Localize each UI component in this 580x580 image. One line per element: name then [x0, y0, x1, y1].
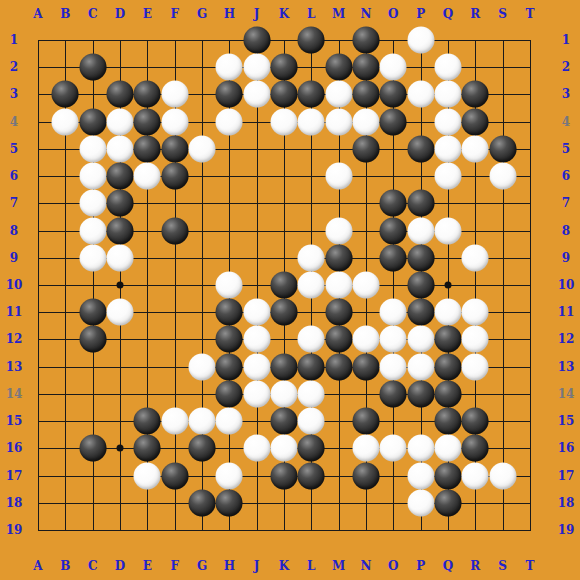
- stone-white-D11[interactable]: [107, 299, 134, 326]
- stone-white-O13[interactable]: [380, 353, 407, 380]
- column-label-bottom: G: [197, 560, 207, 572]
- stone-black-E3[interactable]: [134, 81, 161, 108]
- stone-black-E5[interactable]: [134, 135, 161, 162]
- stone-white-H17[interactable]: [216, 462, 243, 489]
- row-label-left: 18: [6, 497, 23, 509]
- stone-black-Q18[interactable]: [435, 489, 462, 516]
- stone-black-G18[interactable]: [189, 489, 216, 516]
- stone-black-J1[interactable]: [243, 27, 270, 54]
- column-label-top: B: [60, 8, 70, 20]
- row-label-right: 14: [558, 388, 575, 400]
- column-label-top: S: [498, 8, 507, 20]
- stone-black-L1[interactable]: [298, 27, 325, 54]
- row-label-right: 13: [558, 361, 575, 373]
- row-label-left: 2: [10, 61, 18, 73]
- stone-white-O11[interactable]: [380, 299, 407, 326]
- grid-line-vertical: [503, 40, 504, 531]
- row-label-right: 2: [562, 61, 570, 73]
- column-label-top: D: [115, 8, 125, 20]
- stone-black-K11[interactable]: [271, 299, 298, 326]
- stone-black-E15[interactable]: [134, 408, 161, 435]
- stone-black-R16[interactable]: [462, 435, 489, 462]
- row-label-left: 11: [6, 306, 23, 318]
- stone-white-K16[interactable]: [271, 435, 298, 462]
- stone-white-L14[interactable]: [298, 380, 325, 407]
- stone-white-Q5[interactable]: [435, 135, 462, 162]
- row-label-left: 5: [10, 143, 18, 155]
- stone-white-J11[interactable]: [243, 299, 270, 326]
- stone-white-N16[interactable]: [353, 435, 380, 462]
- stone-white-Q11[interactable]: [435, 299, 462, 326]
- row-label-right: 19: [558, 524, 575, 536]
- stone-white-L15[interactable]: [298, 408, 325, 435]
- stone-black-H3[interactable]: [216, 81, 243, 108]
- column-label-top: C: [88, 8, 98, 20]
- stone-black-P7[interactable]: [407, 190, 434, 217]
- stone-white-R9[interactable]: [462, 244, 489, 271]
- row-label-right: 1: [562, 34, 570, 46]
- column-label-bottom: K: [279, 560, 289, 572]
- stone-black-C12[interactable]: [79, 326, 106, 353]
- stone-white-Q6[interactable]: [435, 163, 462, 190]
- stone-white-Q16[interactable]: [435, 435, 462, 462]
- stone-white-Q2[interactable]: [435, 54, 462, 81]
- stone-white-F3[interactable]: [161, 81, 188, 108]
- column-label-top: T: [526, 8, 535, 20]
- column-label-bottom: L: [307, 560, 315, 572]
- stone-white-P18[interactable]: [407, 489, 434, 516]
- column-label-bottom: B: [60, 560, 70, 572]
- row-label-left: 8: [10, 225, 18, 237]
- hoshi-point: [117, 445, 124, 452]
- stone-black-B3[interactable]: [52, 81, 79, 108]
- stone-black-F6[interactable]: [161, 163, 188, 190]
- stone-white-R5[interactable]: [462, 135, 489, 162]
- stone-black-K17[interactable]: [271, 462, 298, 489]
- stone-white-R17[interactable]: [462, 462, 489, 489]
- grid-line-horizontal: [38, 530, 531, 531]
- column-label-top: Q: [443, 8, 453, 20]
- stone-white-C6[interactable]: [79, 163, 106, 190]
- stone-white-C8[interactable]: [79, 217, 106, 244]
- stone-black-G16[interactable]: [189, 435, 216, 462]
- grid-line-vertical: [530, 40, 531, 531]
- stone-black-D8[interactable]: [107, 217, 134, 244]
- stone-black-N2[interactable]: [353, 54, 380, 81]
- stone-white-H15[interactable]: [216, 408, 243, 435]
- stone-black-Q12[interactable]: [435, 326, 462, 353]
- column-label-bottom: O: [388, 560, 398, 572]
- stone-white-J16[interactable]: [243, 435, 270, 462]
- column-label-top: H: [224, 8, 235, 20]
- row-label-right: 6: [562, 170, 570, 182]
- stone-white-P17[interactable]: [407, 462, 434, 489]
- stone-white-H4[interactable]: [216, 108, 243, 135]
- stone-white-K14[interactable]: [271, 380, 298, 407]
- stone-white-F4[interactable]: [161, 108, 188, 135]
- column-label-top: N: [361, 8, 372, 20]
- stone-black-L3[interactable]: [298, 81, 325, 108]
- column-label-top: M: [332, 8, 345, 20]
- stone-black-M2[interactable]: [325, 54, 352, 81]
- row-label-right: 3: [562, 88, 570, 100]
- stone-black-P14[interactable]: [407, 380, 434, 407]
- column-label-top: L: [307, 8, 315, 20]
- column-label-top: E: [143, 8, 152, 20]
- stone-white-D5[interactable]: [107, 135, 134, 162]
- stone-black-C4[interactable]: [79, 108, 106, 135]
- row-label-right: 12: [558, 333, 575, 345]
- column-label-bottom: F: [170, 560, 179, 572]
- row-label-left: 17: [6, 470, 23, 482]
- stone-black-Q17[interactable]: [435, 462, 462, 489]
- stone-white-L10[interactable]: [298, 272, 325, 299]
- stone-black-F17[interactable]: [161, 462, 188, 489]
- row-label-right: 9: [562, 252, 570, 264]
- hoshi-point: [445, 282, 452, 289]
- row-label-left: 1: [10, 34, 18, 46]
- stone-white-G13[interactable]: [189, 353, 216, 380]
- stone-black-O4[interactable]: [380, 108, 407, 135]
- row-label-right: 16: [558, 442, 575, 454]
- stone-black-N1[interactable]: [353, 27, 380, 54]
- stone-black-N15[interactable]: [353, 408, 380, 435]
- stone-white-F15[interactable]: [161, 408, 188, 435]
- stone-black-Q15[interactable]: [435, 408, 462, 435]
- stone-black-P5[interactable]: [407, 135, 434, 162]
- stone-white-O2[interactable]: [380, 54, 407, 81]
- stone-black-O14[interactable]: [380, 380, 407, 407]
- stone-black-M9[interactable]: [325, 244, 352, 271]
- stone-white-R12[interactable]: [462, 326, 489, 353]
- stone-black-K15[interactable]: [271, 408, 298, 435]
- stone-black-C16[interactable]: [79, 435, 106, 462]
- stone-white-E6[interactable]: [134, 163, 161, 190]
- stone-white-Q4[interactable]: [435, 108, 462, 135]
- stone-black-N3[interactable]: [353, 81, 380, 108]
- stone-black-P9[interactable]: [407, 244, 434, 271]
- go-board: AABBCCDDEEFFGGHHJJKKLLMMNNOOPPQQRRSSTT11…: [0, 0, 580, 580]
- row-label-right: 18: [558, 497, 575, 509]
- row-label-left: 16: [6, 442, 23, 454]
- row-label-left: 13: [6, 361, 23, 373]
- stone-black-H11[interactable]: [216, 299, 243, 326]
- stone-white-N10[interactable]: [353, 272, 380, 299]
- row-label-left: 9: [10, 252, 18, 264]
- stone-black-P11[interactable]: [407, 299, 434, 326]
- stone-white-S6[interactable]: [489, 163, 516, 190]
- column-label-bottom: M: [332, 560, 345, 572]
- hoshi-point: [117, 282, 124, 289]
- row-label-left: 15: [6, 415, 23, 427]
- column-label-bottom: E: [143, 560, 152, 572]
- column-label-bottom: T: [526, 560, 535, 572]
- stone-white-L4[interactable]: [298, 108, 325, 135]
- column-label-top: G: [197, 8, 207, 20]
- row-label-left: 12: [6, 333, 23, 345]
- stone-black-C11[interactable]: [79, 299, 106, 326]
- row-label-left: 3: [10, 88, 18, 100]
- row-label-left: 7: [10, 197, 18, 209]
- stone-white-E17[interactable]: [134, 462, 161, 489]
- stone-white-J3[interactable]: [243, 81, 270, 108]
- stone-black-D6[interactable]: [107, 163, 134, 190]
- column-label-bottom: H: [224, 560, 235, 572]
- stone-white-Q3[interactable]: [435, 81, 462, 108]
- stone-black-N17[interactable]: [353, 462, 380, 489]
- stone-black-M11[interactable]: [325, 299, 352, 326]
- stone-black-E16[interactable]: [134, 435, 161, 462]
- stone-black-O7[interactable]: [380, 190, 407, 217]
- stone-white-J13[interactable]: [243, 353, 270, 380]
- row-label-right: 15: [558, 415, 575, 427]
- row-label-right: 10: [558, 279, 575, 291]
- stone-black-L17[interactable]: [298, 462, 325, 489]
- stone-black-R4[interactable]: [462, 108, 489, 135]
- stone-white-J14[interactable]: [243, 380, 270, 407]
- row-label-right: 4: [562, 116, 570, 128]
- stone-black-E4[interactable]: [134, 108, 161, 135]
- stone-black-K3[interactable]: [271, 81, 298, 108]
- stone-white-C7[interactable]: [79, 190, 106, 217]
- stone-black-K10[interactable]: [271, 272, 298, 299]
- stone-white-N12[interactable]: [353, 326, 380, 353]
- row-label-right: 5: [562, 143, 570, 155]
- stone-black-H14[interactable]: [216, 380, 243, 407]
- stone-white-P16[interactable]: [407, 435, 434, 462]
- stone-white-H10[interactable]: [216, 272, 243, 299]
- stone-black-L16[interactable]: [298, 435, 325, 462]
- stone-white-P8[interactable]: [407, 217, 434, 244]
- column-label-top: J: [254, 8, 260, 20]
- stone-white-P1[interactable]: [407, 27, 434, 54]
- stone-white-G5[interactable]: [189, 135, 216, 162]
- stone-black-F8[interactable]: [161, 217, 188, 244]
- stone-white-R13[interactable]: [462, 353, 489, 380]
- stone-white-J12[interactable]: [243, 326, 270, 353]
- stone-white-J2[interactable]: [243, 54, 270, 81]
- stone-black-C2[interactable]: [79, 54, 106, 81]
- row-label-left: 14: [6, 388, 23, 400]
- stone-white-P12[interactable]: [407, 326, 434, 353]
- stone-black-M12[interactable]: [325, 326, 352, 353]
- stone-white-G15[interactable]: [189, 408, 216, 435]
- stone-white-M4[interactable]: [325, 108, 352, 135]
- stone-black-N13[interactable]: [353, 353, 380, 380]
- stone-white-C9[interactable]: [79, 244, 106, 271]
- stone-white-C5[interactable]: [79, 135, 106, 162]
- row-label-right: 11: [558, 306, 575, 318]
- column-label-top: F: [170, 8, 179, 20]
- stone-white-S17[interactable]: [489, 462, 516, 489]
- column-label-bottom: P: [416, 560, 425, 572]
- stone-black-K13[interactable]: [271, 353, 298, 380]
- stone-black-R3[interactable]: [462, 81, 489, 108]
- stone-black-S5[interactable]: [489, 135, 516, 162]
- column-label-top: K: [279, 8, 289, 20]
- stone-black-Q14[interactable]: [435, 380, 462, 407]
- stone-white-D4[interactable]: [107, 108, 134, 135]
- stone-white-K4[interactable]: [271, 108, 298, 135]
- row-label-right: 17: [558, 470, 575, 482]
- stone-white-O16[interactable]: [380, 435, 407, 462]
- stone-black-O8[interactable]: [380, 217, 407, 244]
- stone-white-B4[interactable]: [52, 108, 79, 135]
- stone-white-M10[interactable]: [325, 272, 352, 299]
- stone-black-D3[interactable]: [107, 81, 134, 108]
- stone-white-Q8[interactable]: [435, 217, 462, 244]
- column-label-top: O: [388, 8, 398, 20]
- column-label-bottom: Q: [443, 560, 453, 572]
- column-label-bottom: D: [115, 560, 125, 572]
- column-label-bottom: J: [254, 560, 260, 572]
- stone-black-H12[interactable]: [216, 326, 243, 353]
- stone-white-H2[interactable]: [216, 54, 243, 81]
- stone-white-L12[interactable]: [298, 326, 325, 353]
- stone-black-N5[interactable]: [353, 135, 380, 162]
- stone-white-P3[interactable]: [407, 81, 434, 108]
- column-label-bottom: A: [33, 560, 42, 572]
- stone-black-D7[interactable]: [107, 190, 134, 217]
- stone-white-L9[interactable]: [298, 244, 325, 271]
- row-label-left: 4: [10, 116, 18, 128]
- stone-black-O3[interactable]: [380, 81, 407, 108]
- stone-black-P10[interactable]: [407, 272, 434, 299]
- column-label-bottom: R: [470, 560, 480, 572]
- stone-white-M8[interactable]: [325, 217, 352, 244]
- row-label-right: 7: [562, 197, 570, 209]
- stone-black-H13[interactable]: [216, 353, 243, 380]
- column-label-bottom: C: [88, 560, 98, 572]
- stone-black-M13[interactable]: [325, 353, 352, 380]
- stone-black-K2[interactable]: [271, 54, 298, 81]
- stone-white-N4[interactable]: [353, 108, 380, 135]
- stone-white-O12[interactable]: [380, 326, 407, 353]
- column-label-bottom: S: [498, 560, 507, 572]
- stone-white-M3[interactable]: [325, 81, 352, 108]
- stone-white-M6[interactable]: [325, 163, 352, 190]
- column-label-top: R: [470, 8, 480, 20]
- stone-black-R15[interactable]: [462, 408, 489, 435]
- row-label-left: 6: [10, 170, 18, 182]
- stone-black-L13[interactable]: [298, 353, 325, 380]
- column-label-top: P: [416, 8, 425, 20]
- stone-white-R11[interactable]: [462, 299, 489, 326]
- column-label-top: A: [33, 8, 42, 20]
- column-label-bottom: N: [361, 560, 372, 572]
- stone-black-Q13[interactable]: [435, 353, 462, 380]
- stone-black-O9[interactable]: [380, 244, 407, 271]
- stone-black-F5[interactable]: [161, 135, 188, 162]
- row-label-left: 10: [6, 279, 23, 291]
- row-label-left: 19: [6, 524, 23, 536]
- row-label-right: 8: [562, 225, 570, 237]
- stone-black-H18[interactable]: [216, 489, 243, 516]
- stone-white-D9[interactable]: [107, 244, 134, 271]
- stone-white-P13[interactable]: [407, 353, 434, 380]
